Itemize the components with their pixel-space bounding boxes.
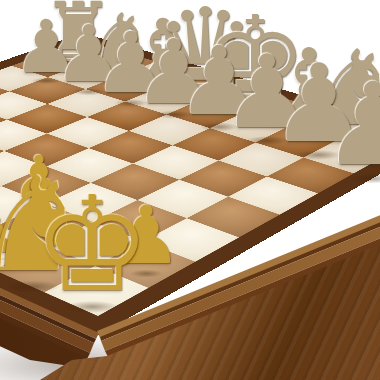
white-king-h1[interactable]: ♚ [33,179,150,310]
king-glyph: ♚ [33,179,150,310]
piece-shadow [65,301,119,313]
chess-set-product-photo: ♜♞♝♛♚♝♞♟♟♟♟♟♟♟♟♟♟♞♚♟ [0,0,380,380]
pawn-glyph: ♟ [322,68,380,182]
black-pawn-h7[interactable]: ♟ [322,68,380,182]
